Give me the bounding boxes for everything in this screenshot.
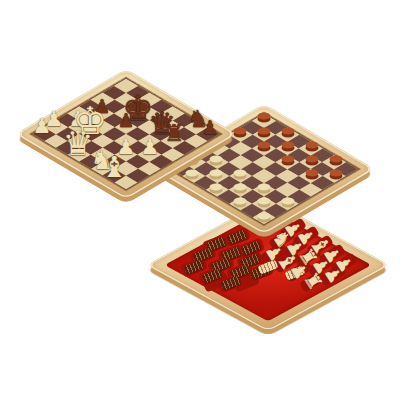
product-photo-scene: ♟♟♝♟♟♞♟♜♟♟♟♝♟♜ ♟♚♞♟♟♟♟♛♚♟♜♟♟♛♞♝ [0, 0, 400, 400]
